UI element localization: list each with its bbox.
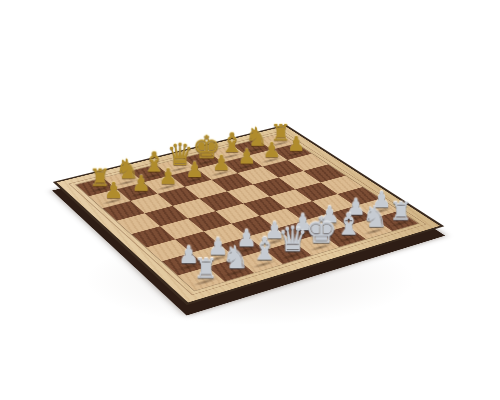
piece-contact-shadow [268, 140, 291, 147]
piece-contact-shadow [342, 214, 367, 223]
piece-contact-shadow [261, 237, 287, 247]
piece-contact-shadow [155, 183, 180, 191]
board-scene: ♜♞♝♛♚♝♞♜♟♟♟♟♟♟♟♟♟♟♟♟♟♟♟♟♜♞♝♛♚♝♞♜ [100, 61, 385, 346]
piece-contact-shadow [289, 229, 315, 238]
product-photo: ♜♞♝♛♚♝♞♜♟♟♟♟♟♟♟♟♟♟♟♟♟♟♟♟♜♞♝♛♚♝♞♜ [0, 0, 500, 400]
